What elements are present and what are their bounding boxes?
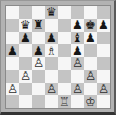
square-e5[interactable]	[58, 44, 71, 57]
white-pawn-icon[interactable]: ♙	[72, 57, 83, 69]
square-d3[interactable]	[45, 70, 58, 83]
black-king-icon[interactable]: ♚	[85, 19, 96, 31]
square-e4[interactable]	[58, 57, 71, 70]
square-h4[interactable]	[97, 57, 110, 70]
square-g4[interactable]	[84, 57, 97, 70]
square-e6[interactable]	[58, 32, 71, 45]
square-a2[interactable]: ♙	[6, 83, 19, 96]
square-a5[interactable]: ♟	[6, 44, 19, 57]
square-c8[interactable]	[32, 6, 45, 19]
square-b3[interactable]: ♙	[19, 70, 32, 83]
square-f2[interactable]: ♙	[71, 83, 84, 96]
black-pawn-icon[interactable]: ♟	[72, 19, 83, 31]
square-g2[interactable]	[84, 83, 97, 96]
black-pawn-icon[interactable]: ♟	[7, 44, 18, 56]
square-b5[interactable]	[19, 44, 32, 57]
black-pawn-icon[interactable]: ♟	[46, 32, 57, 44]
square-d7[interactable]	[45, 19, 58, 32]
square-a8[interactable]	[6, 6, 19, 19]
square-f5[interactable]: ♟	[71, 44, 84, 57]
square-c1[interactable]	[32, 95, 45, 108]
square-a6[interactable]	[6, 32, 19, 45]
square-c7[interactable]: ♜	[32, 19, 45, 32]
white-pawn-icon[interactable]: ♙	[85, 70, 96, 82]
square-d6[interactable]: ♟	[45, 32, 58, 45]
black-queen-icon[interactable]: ♛	[20, 19, 31, 31]
square-e8[interactable]	[58, 6, 71, 19]
square-e1[interactable]: ♖	[58, 95, 71, 108]
square-c3[interactable]	[32, 70, 45, 83]
white-bishop-icon[interactable]: ♗	[46, 44, 57, 56]
square-h2[interactable]: ♙	[97, 83, 110, 96]
square-h1[interactable]	[97, 95, 110, 108]
square-f4[interactable]: ♙	[71, 57, 84, 70]
white-pawn-icon[interactable]: ♙	[7, 83, 18, 95]
square-a3[interactable]	[6, 70, 19, 83]
square-d4[interactable]	[45, 57, 58, 70]
square-c4[interactable]: ♙	[32, 57, 45, 70]
square-a4[interactable]	[6, 57, 19, 70]
square-c2[interactable]	[32, 83, 45, 96]
black-pawn-icon[interactable]: ♟	[85, 32, 96, 44]
chessboard: ♛♛♜♟♚♟♟♟♝♟♟♟♗♟♙♙♙♙♙♙♙♙♖♔	[5, 5, 111, 109]
square-e2[interactable]	[58, 83, 71, 96]
square-h8[interactable]	[97, 6, 110, 19]
black-pawn-icon[interactable]: ♟	[33, 44, 44, 56]
white-pawn-icon[interactable]: ♙	[72, 83, 83, 95]
square-f8[interactable]	[71, 6, 84, 19]
white-rook-icon[interactable]: ♖	[59, 95, 70, 107]
square-f6[interactable]: ♝	[71, 32, 84, 45]
square-b6[interactable]: ♟	[19, 32, 32, 45]
square-h3[interactable]	[97, 70, 110, 83]
square-g8[interactable]	[84, 6, 97, 19]
square-c6[interactable]	[32, 32, 45, 45]
black-pawn-icon[interactable]: ♟	[72, 44, 83, 56]
square-g3[interactable]: ♙	[84, 70, 97, 83]
white-king-icon[interactable]: ♔	[85, 95, 96, 107]
black-rook-icon[interactable]: ♜	[33, 19, 44, 31]
square-a1[interactable]	[6, 95, 19, 108]
square-e3[interactable]	[58, 70, 71, 83]
white-pawn-icon[interactable]: ♙	[33, 57, 44, 69]
square-f7[interactable]: ♟	[71, 19, 84, 32]
square-d8[interactable]: ♛	[45, 6, 58, 19]
square-d1[interactable]	[45, 95, 58, 108]
square-c5[interactable]: ♟	[32, 44, 45, 57]
black-pawn-icon[interactable]: ♟	[98, 19, 109, 31]
square-f3[interactable]	[71, 70, 84, 83]
square-b2[interactable]	[19, 83, 32, 96]
black-pawn-icon[interactable]: ♟	[20, 32, 31, 44]
black-bishop-icon[interactable]: ♝	[72, 32, 83, 44]
square-g7[interactable]: ♚	[84, 19, 97, 32]
black-queen-icon[interactable]: ♛	[46, 6, 57, 18]
square-b4[interactable]	[19, 57, 32, 70]
square-d2[interactable]: ♙	[45, 83, 58, 96]
square-g5[interactable]	[84, 44, 97, 57]
square-h6[interactable]	[97, 32, 110, 45]
square-b8[interactable]	[19, 6, 32, 19]
square-b7[interactable]: ♛	[19, 19, 32, 32]
chessboard-frame: ♛♛♜♟♚♟♟♟♝♟♟♟♗♟♙♙♙♙♙♙♙♙♖♔	[0, 0, 116, 115]
square-d5[interactable]: ♗	[45, 44, 58, 57]
square-g6[interactable]: ♟	[84, 32, 97, 45]
square-e7[interactable]	[58, 19, 71, 32]
square-h7[interactable]: ♟	[97, 19, 110, 32]
square-b1[interactable]	[19, 95, 32, 108]
white-pawn-icon[interactable]: ♙	[46, 83, 57, 95]
white-pawn-icon[interactable]: ♙	[20, 70, 31, 82]
white-pawn-icon[interactable]: ♙	[98, 83, 109, 95]
square-g1[interactable]: ♔	[84, 95, 97, 108]
square-h5[interactable]	[97, 44, 110, 57]
square-f1[interactable]	[71, 95, 84, 108]
square-a7[interactable]	[6, 19, 19, 32]
